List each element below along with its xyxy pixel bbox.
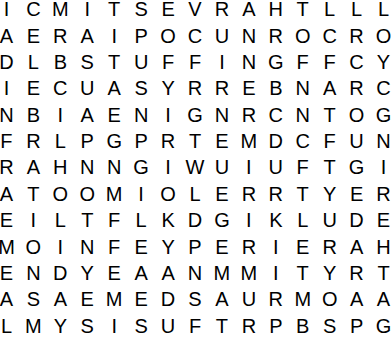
grid-cell[interactable]: E (155, 0, 182, 22)
grid-cell[interactable]: I (235, 154, 262, 180)
grid-cell[interactable]: M (289, 286, 316, 312)
grid-cell[interactable]: Y (155, 75, 182, 101)
grid-cell[interactable]: C (262, 102, 289, 128)
grid-cell[interactable]: P (262, 313, 289, 337)
grid-cell[interactable]: I (235, 207, 262, 233)
grid-cell[interactable]: L (128, 207, 155, 233)
grid-cell[interactable]: A (0, 286, 20, 312)
grid-cell[interactable]: T (289, 0, 316, 22)
grid-cell[interactable]: L (20, 49, 47, 75)
grid-cell[interactable]: N (74, 233, 101, 259)
grid-cell[interactable]: L (47, 128, 74, 154)
grid-cell[interactable]: G (262, 49, 289, 75)
grid-cell[interactable]: T (289, 181, 316, 207)
grid-cell[interactable]: T (316, 102, 343, 128)
grid-cell[interactable]: R (262, 22, 289, 48)
grid-cell[interactable]: C (343, 49, 370, 75)
grid-cell[interactable]: A (101, 75, 128, 101)
grid-cell[interactable]: A (128, 260, 155, 286)
grid-cell[interactable]: U (155, 313, 182, 337)
grid-cell[interactable]: I (0, 75, 20, 101)
grid-cell[interactable]: O (47, 181, 74, 207)
grid-cell[interactable]: R (208, 0, 235, 22)
grid-cell[interactable]: R (343, 22, 370, 48)
grid-cell[interactable]: M (235, 260, 262, 286)
grid-cell[interactable]: L (47, 207, 74, 233)
grid-cell[interactable]: G (128, 154, 155, 180)
grid-cell[interactable]: A (370, 286, 391, 312)
grid-cell[interactable]: S (128, 0, 155, 22)
grid-cell[interactable]: I (47, 102, 74, 128)
grid-cell[interactable]: G (101, 128, 128, 154)
grid-cell[interactable]: C (289, 128, 316, 154)
grid-cell[interactable]: L (343, 0, 370, 22)
grid-cell[interactable]: R (235, 181, 262, 207)
grid-cell[interactable]: Y (47, 313, 74, 337)
grid-cell[interactable]: N (0, 102, 20, 128)
grid-cell[interactable]: E (20, 22, 47, 48)
grid-cell[interactable]: R (343, 260, 370, 286)
grid-cell[interactable]: U (74, 75, 101, 101)
grid-cell[interactable]: T (74, 207, 101, 233)
grid-cell[interactable]: N (289, 75, 316, 101)
grid-cell[interactable]: E (208, 233, 235, 259)
grid-cell[interactable]: I (155, 154, 182, 180)
grid-cell[interactable]: R (0, 154, 20, 180)
grid-cell[interactable]: T (370, 260, 391, 286)
grid-cell[interactable]: M (0, 233, 20, 259)
grid-cell[interactable]: E (74, 286, 101, 312)
grid-cell[interactable]: Y (370, 49, 391, 75)
grid-cell[interactable]: D (343, 207, 370, 233)
grid-cell[interactable]: L (289, 207, 316, 233)
grid-cell[interactable]: S (128, 313, 155, 337)
grid-cell[interactable]: N (128, 102, 155, 128)
grid-cell[interactable]: P (182, 233, 209, 259)
grid-cell[interactable]: A (235, 0, 262, 22)
grid-cell[interactable]: S (182, 286, 209, 312)
word-search-grid: ICMITSEVRAHTLLLAERAIPOCUNROCRODLBSTUFFIN… (0, 0, 391, 337)
grid-cell[interactable]: L (370, 0, 391, 22)
grid-cell[interactable]: M (101, 286, 128, 312)
grid-cell[interactable]: N (235, 49, 262, 75)
grid-cell[interactable]: O (155, 181, 182, 207)
grid-cell[interactable]: W (182, 154, 209, 180)
grid-cell[interactable]: R (20, 128, 47, 154)
grid-cell[interactable]: O (155, 22, 182, 48)
grid-cell[interactable]: B (20, 102, 47, 128)
grid-cell[interactable]: B (47, 49, 74, 75)
grid-cell[interactable]: D (182, 207, 209, 233)
grid-cell[interactable]: C (370, 75, 391, 101)
grid-cell[interactable]: T (101, 0, 128, 22)
grid-cell[interactable]: H (370, 233, 391, 259)
grid-cell[interactable]: I (47, 233, 74, 259)
grid-cell[interactable]: K (262, 207, 289, 233)
grid-cell[interactable]: M (20, 313, 47, 337)
grid-cell[interactable]: C (47, 75, 74, 101)
grid-cell[interactable]: O (74, 181, 101, 207)
grid-cell[interactable]: Y (316, 260, 343, 286)
grid-cell[interactable]: A (316, 75, 343, 101)
grid-cell[interactable]: F (316, 128, 343, 154)
grid-cell[interactable]: U (208, 22, 235, 48)
grid-cell[interactable]: N (101, 154, 128, 180)
grid-cell[interactable]: E (235, 75, 262, 101)
grid-cell[interactable]: T (20, 181, 47, 207)
grid-cell[interactable]: N (74, 154, 101, 180)
grid-cell[interactable]: I (208, 49, 235, 75)
grid-cell[interactable]: Y (155, 233, 182, 259)
grid-cell[interactable]: E (101, 102, 128, 128)
grid-cell[interactable]: U (316, 207, 343, 233)
grid-cell[interactable]: P (128, 22, 155, 48)
grid-cell[interactable]: R (155, 128, 182, 154)
grid-cell[interactable]: E (370, 207, 391, 233)
grid-cell[interactable]: P (343, 313, 370, 337)
grid-cell[interactable]: A (20, 154, 47, 180)
grid-cell[interactable]: F (0, 128, 20, 154)
grid-cell[interactable]: A (155, 260, 182, 286)
grid-cell[interactable]: I (155, 102, 182, 128)
grid-cell[interactable]: O (20, 233, 47, 259)
grid-cell[interactable]: E (0, 207, 20, 233)
grid-cell[interactable]: T (289, 260, 316, 286)
grid-cell[interactable]: A (208, 286, 235, 312)
grid-cell[interactable]: T (208, 313, 235, 337)
grid-cell[interactable]: E (0, 260, 20, 286)
grid-cell[interactable]: H (262, 0, 289, 22)
grid-cell[interactable]: A (47, 286, 74, 312)
grid-cell[interactable]: R (235, 233, 262, 259)
grid-cell[interactable]: N (370, 128, 391, 154)
grid-cell[interactable]: M (208, 260, 235, 286)
grid-cell[interactable]: D (0, 49, 20, 75)
grid-cell[interactable]: M (235, 128, 262, 154)
grid-cell[interactable]: O (370, 22, 391, 48)
grid-cell[interactable]: I (101, 22, 128, 48)
grid-cell[interactable]: S (74, 49, 101, 75)
grid-cell[interactable]: E (101, 260, 128, 286)
grid-cell[interactable]: L (316, 0, 343, 22)
grid-cell[interactable]: R (262, 286, 289, 312)
grid-cell[interactable]: F (182, 49, 209, 75)
grid-cell[interactable]: I (0, 0, 20, 22)
grid-cell[interactable]: I (20, 207, 47, 233)
grid-cell[interactable]: A (343, 233, 370, 259)
grid-cell[interactable]: F (101, 233, 128, 259)
grid-cell[interactable]: R (208, 75, 235, 101)
grid-cell[interactable]: H (47, 154, 74, 180)
grid-cell[interactable]: L (0, 313, 20, 337)
grid-cell[interactable]: Y (74, 260, 101, 286)
grid-cell[interactable]: A (0, 181, 20, 207)
grid-cell[interactable]: A (343, 286, 370, 312)
grid-cell[interactable]: T (182, 128, 209, 154)
grid-cell[interactable]: G (208, 207, 235, 233)
grid-cell[interactable]: R (262, 181, 289, 207)
grid-cell[interactable]: O (343, 102, 370, 128)
grid-cell[interactable]: E (20, 75, 47, 101)
grid-cell[interactable]: I (74, 0, 101, 22)
grid-cell[interactable]: U (262, 154, 289, 180)
grid-cell[interactable]: I (262, 233, 289, 259)
grid-cell[interactable]: B (289, 313, 316, 337)
grid-cell[interactable]: U (235, 286, 262, 312)
grid-cell[interactable]: D (47, 260, 74, 286)
grid-cell[interactable]: T (316, 154, 343, 180)
grid-cell[interactable]: M (101, 181, 128, 207)
grid-cell[interactable]: E (208, 181, 235, 207)
grid-cell[interactable]: S (74, 313, 101, 337)
grid-cell[interactable]: D (262, 128, 289, 154)
grid-cell[interactable]: R (343, 75, 370, 101)
grid-cell[interactable]: S (20, 286, 47, 312)
grid-cell[interactable]: O (316, 286, 343, 312)
grid-cell[interactable]: I (262, 260, 289, 286)
grid-cell[interactable]: I (128, 181, 155, 207)
grid-cell[interactable]: V (182, 0, 209, 22)
grid-cell[interactable]: F (101, 207, 128, 233)
grid-cell[interactable]: U (128, 49, 155, 75)
grid-cell[interactable]: R (182, 75, 209, 101)
grid-cell[interactable]: C (20, 0, 47, 22)
grid-cell[interactable]: E (128, 286, 155, 312)
grid-cell[interactable]: F (155, 49, 182, 75)
grid-cell[interactable]: E (343, 181, 370, 207)
grid-cell[interactable]: F (289, 49, 316, 75)
grid-cell[interactable]: R (316, 233, 343, 259)
grid-cell[interactable]: E (208, 128, 235, 154)
grid-cell[interactable]: I (101, 313, 128, 337)
grid-cell[interactable]: A (74, 22, 101, 48)
grid-cell[interactable]: R (235, 313, 262, 337)
grid-cell[interactable]: N (235, 22, 262, 48)
grid-cell[interactable]: G (370, 102, 391, 128)
grid-cell[interactable]: C (316, 22, 343, 48)
grid-cell[interactable]: G (182, 102, 209, 128)
grid-cell[interactable]: M (47, 0, 74, 22)
grid-cell[interactable]: D (155, 286, 182, 312)
grid-cell[interactable]: F (316, 49, 343, 75)
grid-cell[interactable]: S (128, 75, 155, 101)
grid-cell[interactable]: A (74, 102, 101, 128)
grid-cell[interactable]: N (20, 260, 47, 286)
grid-cell[interactable]: Y (316, 181, 343, 207)
grid-cell[interactable]: N (289, 102, 316, 128)
grid-cell[interactable]: C (182, 22, 209, 48)
grid-cell[interactable]: G (370, 313, 391, 337)
grid-cell[interactable]: F (289, 154, 316, 180)
grid-cell[interactable]: F (182, 313, 209, 337)
grid-cell[interactable]: T (101, 49, 128, 75)
grid-cell[interactable]: U (208, 154, 235, 180)
grid-cell[interactable]: I (370, 154, 391, 180)
grid-cell[interactable]: R (370, 181, 391, 207)
grid-cell[interactable]: B (262, 75, 289, 101)
grid-cell[interactable]: P (128, 128, 155, 154)
grid-cell[interactable]: U (343, 128, 370, 154)
grid-cell[interactable]: E (289, 233, 316, 259)
grid-cell[interactable]: N (208, 102, 235, 128)
grid-cell[interactable]: N (182, 260, 209, 286)
grid-cell[interactable]: L (182, 181, 209, 207)
grid-cell[interactable]: G (343, 154, 370, 180)
grid-cell[interactable]: K (155, 207, 182, 233)
grid-cell[interactable]: E (128, 233, 155, 259)
grid-cell[interactable]: R (47, 22, 74, 48)
grid-cell[interactable]: P (74, 128, 101, 154)
grid-cell[interactable]: A (0, 22, 20, 48)
grid-cell[interactable]: O (289, 22, 316, 48)
grid-cell[interactable]: R (235, 102, 262, 128)
grid-cell[interactable]: S (316, 313, 343, 337)
